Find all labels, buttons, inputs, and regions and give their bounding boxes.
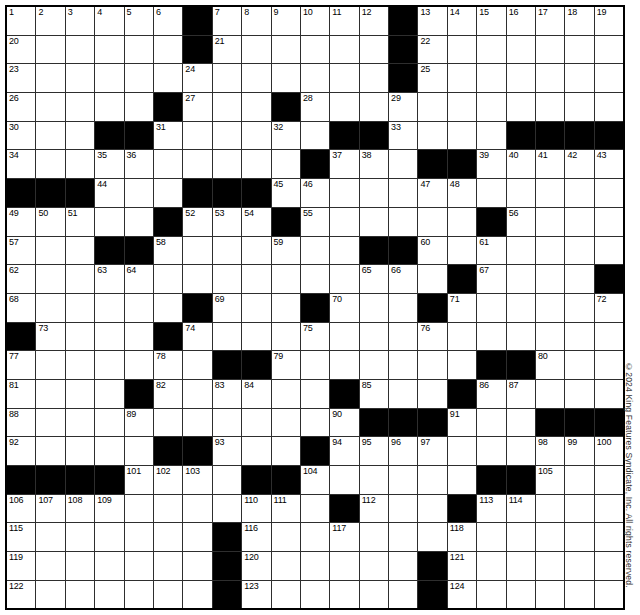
white-cell[interactable]: 2 [36,7,64,35]
white-cell[interactable] [125,437,153,465]
white-cell[interactable]: 24 [183,64,211,92]
white-cell[interactable]: 71 [448,294,476,322]
white-cell[interactable] [330,466,358,494]
white-cell[interactable]: 22 [418,36,446,64]
white-cell[interactable]: 1 [7,7,35,35]
white-cell[interactable] [36,122,64,150]
white-cell[interactable]: 40 [507,150,535,178]
white-cell[interactable] [536,265,564,293]
white-cell[interactable] [66,409,94,437]
white-cell[interactable] [301,265,329,293]
white-cell[interactable]: 30 [7,122,35,150]
white-cell[interactable]: 101 [125,466,153,494]
white-cell[interactable] [242,36,270,64]
white-cell[interactable]: 16 [507,7,535,35]
white-cell[interactable] [125,93,153,121]
white-cell[interactable] [183,409,211,437]
white-cell[interactable] [213,64,241,92]
white-cell[interactable] [95,323,123,351]
white-cell[interactable] [360,64,388,92]
white-cell[interactable] [477,36,505,64]
white-cell[interactable] [242,323,270,351]
white-cell[interactable] [418,466,446,494]
white-cell[interactable]: 45 [272,179,300,207]
white-cell[interactable] [565,179,593,207]
white-cell[interactable] [154,179,182,207]
white-cell[interactable] [125,294,153,322]
white-cell[interactable] [448,122,476,150]
white-cell[interactable]: 10 [301,7,329,35]
white-cell[interactable]: 25 [418,64,446,92]
white-cell[interactable]: 114 [507,495,535,523]
white-cell[interactable] [389,495,417,523]
white-cell[interactable] [272,409,300,437]
white-cell[interactable] [272,36,300,64]
white-cell[interactable] [536,380,564,408]
white-cell[interactable]: 32 [272,122,300,150]
white-cell[interactable]: 122 [7,581,35,609]
white-cell[interactable]: 85 [360,380,388,408]
white-cell[interactable]: 3 [66,7,94,35]
white-cell[interactable]: 15 [477,7,505,35]
white-cell[interactable] [360,179,388,207]
white-cell[interactable] [183,237,211,265]
white-cell[interactable] [154,495,182,523]
white-cell[interactable] [183,265,211,293]
white-cell[interactable] [418,93,446,121]
white-cell[interactable]: 120 [242,552,270,580]
white-cell[interactable] [301,237,329,265]
white-cell[interactable] [507,237,535,265]
white-cell[interactable] [536,323,564,351]
white-cell[interactable] [125,351,153,379]
white-cell[interactable] [477,122,505,150]
white-cell[interactable]: 78 [154,351,182,379]
white-cell[interactable] [183,552,211,580]
white-cell[interactable]: 48 [448,179,476,207]
white-cell[interactable] [330,237,358,265]
white-cell[interactable]: 23 [7,64,35,92]
white-cell[interactable]: 42 [565,150,593,178]
white-cell[interactable] [595,351,623,379]
white-cell[interactable] [213,265,241,293]
white-cell[interactable] [301,581,329,609]
white-cell[interactable] [448,437,476,465]
white-cell[interactable]: 116 [242,523,270,551]
white-cell[interactable]: 102 [154,466,182,494]
white-cell[interactable] [242,294,270,322]
white-cell[interactable] [595,552,623,580]
white-cell[interactable] [565,93,593,121]
white-cell[interactable] [536,294,564,322]
white-cell[interactable]: 91 [448,409,476,437]
white-cell[interactable] [36,380,64,408]
white-cell[interactable] [477,552,505,580]
white-cell[interactable] [595,208,623,236]
white-cell[interactable] [36,150,64,178]
white-cell[interactable]: 58 [154,237,182,265]
white-cell[interactable] [95,437,123,465]
white-cell[interactable] [389,179,417,207]
white-cell[interactable]: 112 [360,495,388,523]
white-cell[interactable] [595,93,623,121]
white-cell[interactable]: 7 [213,7,241,35]
white-cell[interactable] [213,466,241,494]
white-cell[interactable] [507,294,535,322]
white-cell[interactable] [330,36,358,64]
white-cell[interactable] [477,581,505,609]
white-cell[interactable] [154,581,182,609]
white-cell[interactable] [125,495,153,523]
white-cell[interactable] [154,64,182,92]
white-cell[interactable] [477,323,505,351]
white-cell[interactable] [565,523,593,551]
white-cell[interactable] [595,36,623,64]
white-cell[interactable] [565,64,593,92]
white-cell[interactable] [36,294,64,322]
white-cell[interactable]: 68 [7,294,35,322]
white-cell[interactable] [95,208,123,236]
white-cell[interactable] [595,495,623,523]
white-cell[interactable] [389,323,417,351]
white-cell[interactable] [242,409,270,437]
white-cell[interactable] [565,380,593,408]
white-cell[interactable] [154,523,182,551]
white-cell[interactable] [536,93,564,121]
white-cell[interactable]: 36 [125,150,153,178]
white-cell[interactable] [536,36,564,64]
white-cell[interactable] [477,294,505,322]
white-cell[interactable] [213,323,241,351]
white-cell[interactable] [272,523,300,551]
white-cell[interactable] [95,351,123,379]
white-cell[interactable] [36,351,64,379]
white-cell[interactable] [565,294,593,322]
white-cell[interactable] [66,552,94,580]
white-cell[interactable]: 38 [360,150,388,178]
white-cell[interactable] [36,265,64,293]
white-cell[interactable]: 119 [7,552,35,580]
white-cell[interactable] [272,323,300,351]
white-cell[interactable]: 55 [301,208,329,236]
white-cell[interactable] [565,208,593,236]
white-cell[interactable]: 74 [183,323,211,351]
white-cell[interactable] [536,552,564,580]
white-cell[interactable] [507,36,535,64]
white-cell[interactable]: 75 [301,323,329,351]
white-cell[interactable]: 115 [7,523,35,551]
white-cell[interactable] [330,581,358,609]
white-cell[interactable]: 6 [154,7,182,35]
white-cell[interactable] [477,523,505,551]
white-cell[interactable] [95,64,123,92]
white-cell[interactable] [95,294,123,322]
white-cell[interactable]: 31 [154,122,182,150]
white-cell[interactable] [360,93,388,121]
white-cell[interactable] [389,523,417,551]
white-cell[interactable] [565,237,593,265]
white-cell[interactable]: 88 [7,409,35,437]
white-cell[interactable] [66,64,94,92]
white-cell[interactable] [389,552,417,580]
white-cell[interactable] [360,581,388,609]
white-cell[interactable] [507,323,535,351]
white-cell[interactable]: 17 [536,7,564,35]
white-cell[interactable] [477,93,505,121]
white-cell[interactable] [301,351,329,379]
white-cell[interactable]: 81 [7,380,35,408]
white-cell[interactable] [595,523,623,551]
white-cell[interactable]: 35 [95,150,123,178]
white-cell[interactable] [477,64,505,92]
white-cell[interactable]: 64 [125,265,153,293]
white-cell[interactable]: 43 [595,150,623,178]
white-cell[interactable] [536,523,564,551]
white-cell[interactable] [565,351,593,379]
white-cell[interactable] [507,437,535,465]
white-cell[interactable]: 121 [448,552,476,580]
white-cell[interactable] [448,351,476,379]
white-cell[interactable] [301,523,329,551]
white-cell[interactable] [213,495,241,523]
white-cell[interactable] [66,93,94,121]
white-cell[interactable] [330,179,358,207]
white-cell[interactable]: 94 [330,437,358,465]
white-cell[interactable]: 63 [95,265,123,293]
white-cell[interactable] [95,523,123,551]
white-cell[interactable] [418,208,446,236]
white-cell[interactable]: 18 [565,7,593,35]
white-cell[interactable]: 47 [418,179,446,207]
white-cell[interactable] [389,208,417,236]
white-cell[interactable] [418,380,446,408]
white-cell[interactable]: 21 [213,36,241,64]
white-cell[interactable] [448,64,476,92]
white-cell[interactable]: 123 [242,581,270,609]
white-cell[interactable] [301,36,329,64]
white-cell[interactable]: 90 [330,409,358,437]
white-cell[interactable] [565,495,593,523]
white-cell[interactable] [66,437,94,465]
white-cell[interactable]: 100 [595,437,623,465]
white-cell[interactable] [507,552,535,580]
white-cell[interactable] [507,93,535,121]
white-cell[interactable] [389,380,417,408]
white-cell[interactable] [242,93,270,121]
white-cell[interactable] [595,237,623,265]
white-cell[interactable]: 76 [418,323,446,351]
white-cell[interactable]: 65 [360,265,388,293]
white-cell[interactable] [242,64,270,92]
white-cell[interactable] [330,93,358,121]
white-cell[interactable] [448,323,476,351]
white-cell[interactable] [183,351,211,379]
white-cell[interactable] [125,581,153,609]
white-cell[interactable]: 77 [7,351,35,379]
white-cell[interactable] [536,581,564,609]
white-cell[interactable]: 95 [360,437,388,465]
white-cell[interactable] [477,437,505,465]
white-cell[interactable] [213,93,241,121]
white-cell[interactable]: 5 [125,7,153,35]
white-cell[interactable]: 87 [507,380,535,408]
white-cell[interactable] [595,323,623,351]
white-cell[interactable] [242,122,270,150]
white-cell[interactable] [183,523,211,551]
white-cell[interactable] [183,495,211,523]
white-cell[interactable] [301,64,329,92]
white-cell[interactable] [565,265,593,293]
white-cell[interactable] [536,179,564,207]
white-cell[interactable] [595,179,623,207]
white-cell[interactable] [595,380,623,408]
white-cell[interactable]: 72 [595,294,623,322]
white-cell[interactable]: 54 [242,208,270,236]
white-cell[interactable] [95,93,123,121]
white-cell[interactable]: 44 [95,179,123,207]
white-cell[interactable]: 84 [242,380,270,408]
white-cell[interactable]: 82 [154,380,182,408]
white-cell[interactable]: 110 [242,495,270,523]
white-cell[interactable] [565,466,593,494]
white-cell[interactable] [507,179,535,207]
white-cell[interactable] [125,523,153,551]
white-cell[interactable] [36,64,64,92]
white-cell[interactable]: 73 [36,323,64,351]
white-cell[interactable] [330,208,358,236]
white-cell[interactable] [330,265,358,293]
white-cell[interactable]: 11 [330,7,358,35]
white-cell[interactable] [330,323,358,351]
white-cell[interactable]: 99 [565,437,593,465]
white-cell[interactable] [389,581,417,609]
white-cell[interactable] [95,552,123,580]
white-cell[interactable] [507,64,535,92]
white-cell[interactable]: 86 [477,380,505,408]
white-cell[interactable] [330,552,358,580]
white-cell[interactable] [301,552,329,580]
white-cell[interactable] [477,179,505,207]
white-cell[interactable]: 29 [389,93,417,121]
white-cell[interactable] [183,581,211,609]
white-cell[interactable] [242,237,270,265]
white-cell[interactable] [272,552,300,580]
white-cell[interactable]: 117 [330,523,358,551]
white-cell[interactable] [301,380,329,408]
white-cell[interactable] [418,523,446,551]
white-cell[interactable]: 60 [418,237,446,265]
white-cell[interactable] [330,64,358,92]
white-cell[interactable] [565,552,593,580]
white-cell[interactable] [213,122,241,150]
white-cell[interactable]: 49 [7,208,35,236]
white-cell[interactable]: 37 [330,150,358,178]
white-cell[interactable] [36,581,64,609]
white-cell[interactable] [448,36,476,64]
white-cell[interactable]: 70 [330,294,358,322]
white-cell[interactable] [125,323,153,351]
white-cell[interactable]: 107 [36,495,64,523]
white-cell[interactable] [360,523,388,551]
white-cell[interactable] [66,351,94,379]
white-cell[interactable] [95,36,123,64]
white-cell[interactable]: 62 [7,265,35,293]
white-cell[interactable] [183,380,211,408]
white-cell[interactable] [66,581,94,609]
white-cell[interactable] [448,93,476,121]
white-cell[interactable] [66,265,94,293]
white-cell[interactable] [36,237,64,265]
white-cell[interactable] [389,150,417,178]
white-cell[interactable]: 57 [7,237,35,265]
white-cell[interactable]: 92 [7,437,35,465]
white-cell[interactable] [36,93,64,121]
white-cell[interactable] [301,495,329,523]
white-cell[interactable] [242,150,270,178]
white-cell[interactable]: 53 [213,208,241,236]
white-cell[interactable]: 96 [389,437,417,465]
white-cell[interactable] [389,294,417,322]
white-cell[interactable]: 41 [536,150,564,178]
white-cell[interactable]: 104 [301,466,329,494]
white-cell[interactable] [66,323,94,351]
white-cell[interactable] [360,294,388,322]
white-cell[interactable]: 83 [213,380,241,408]
white-cell[interactable]: 66 [389,265,417,293]
white-cell[interactable]: 33 [389,122,417,150]
white-cell[interactable]: 46 [301,179,329,207]
white-cell[interactable]: 93 [213,437,241,465]
white-cell[interactable] [418,495,446,523]
white-cell[interactable] [36,409,64,437]
white-cell[interactable] [154,150,182,178]
white-cell[interactable]: 28 [301,93,329,121]
white-cell[interactable] [125,64,153,92]
white-cell[interactable]: 9 [272,7,300,35]
white-cell[interactable]: 103 [183,466,211,494]
white-cell[interactable] [536,208,564,236]
white-cell[interactable] [154,294,182,322]
white-cell[interactable]: 8 [242,7,270,35]
white-cell[interactable] [154,552,182,580]
white-cell[interactable] [389,466,417,494]
white-cell[interactable]: 111 [272,495,300,523]
white-cell[interactable] [507,265,535,293]
white-cell[interactable] [272,380,300,408]
white-cell[interactable] [389,351,417,379]
white-cell[interactable] [272,265,300,293]
white-cell[interactable] [242,265,270,293]
white-cell[interactable] [595,466,623,494]
white-cell[interactable] [565,36,593,64]
white-cell[interactable]: 26 [7,93,35,121]
white-cell[interactable] [36,523,64,551]
white-cell[interactable] [183,122,211,150]
white-cell[interactable]: 79 [272,351,300,379]
white-cell[interactable]: 14 [448,7,476,35]
white-cell[interactable] [448,237,476,265]
white-cell[interactable]: 113 [477,495,505,523]
white-cell[interactable] [213,237,241,265]
white-cell[interactable]: 105 [536,466,564,494]
white-cell[interactable] [36,552,64,580]
white-cell[interactable] [360,552,388,580]
white-cell[interactable] [66,380,94,408]
white-cell[interactable] [536,64,564,92]
white-cell[interactable] [272,581,300,609]
white-cell[interactable] [595,64,623,92]
white-cell[interactable]: 19 [595,7,623,35]
